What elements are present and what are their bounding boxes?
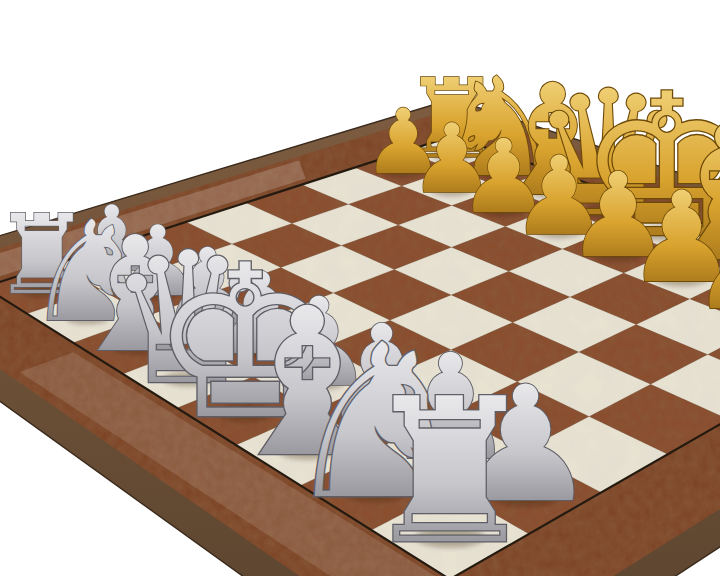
white-rook-h1: ♜: [361, 356, 540, 576]
chess-board: ♜♟♞♟♝♟♛♟♚♟♝♟♟♞♜♟♟♜♞♟♟♝♟♛♟♚♟♝♟♞♟♜: [0, 0, 720, 576]
black-pawn-g7: ♟: [689, 183, 720, 340]
product-photo-scene: ♜♟♞♟♝♟♛♟♚♟♝♟♟♞♜♟♟♜♞♟♟♝♟♛♟♚♟♝♟♞♟♜: [0, 0, 720, 576]
